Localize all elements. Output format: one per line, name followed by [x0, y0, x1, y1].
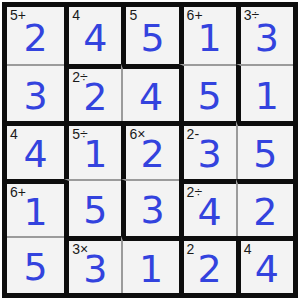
cell-r2c2[interactable]: 2÷2: [64, 64, 121, 121]
cell-digit: 3: [24, 77, 48, 115]
cell-r3c2[interactable]: 5÷1: [64, 121, 121, 178]
cage-clue: 3÷: [244, 7, 259, 24]
cell-r3c3[interactable]: 6×2: [121, 121, 178, 178]
cell-r4c2[interactable]: 5: [64, 179, 121, 236]
cell-r5c2[interactable]: 3×3: [64, 236, 121, 293]
cell-digit: 2: [198, 250, 222, 288]
cell-r2c5[interactable]: 1: [236, 64, 293, 121]
cell-digit: 1: [198, 19, 222, 57]
cell-digit: 2: [24, 19, 48, 57]
cell-r4c4[interactable]: 2÷4: [179, 179, 236, 236]
cell-digit: 4: [83, 19, 107, 57]
cell-r1c3[interactable]: 55: [121, 7, 178, 64]
cage-clue: 4: [72, 7, 80, 24]
cage-clue: 5: [129, 7, 137, 24]
cage-clue: 2-: [187, 126, 199, 143]
cell-digit: 1: [24, 193, 48, 231]
cell-r5c5[interactable]: 44: [236, 236, 293, 293]
cell-digit: 2: [253, 193, 277, 231]
cell-digit: 5: [24, 248, 48, 286]
cell-r3c4[interactable]: 2-3: [179, 121, 236, 178]
cell-digit: 5: [140, 19, 164, 57]
kenken-page: 5+244556+13÷332÷2451445÷16×22-356+1532÷4…: [0, 0, 300, 300]
cell-r3c1[interactable]: 44: [7, 121, 64, 178]
cell-digit: 5: [83, 191, 107, 229]
cage-clue: 4: [244, 241, 252, 258]
cell-digit: 3: [255, 19, 279, 57]
cage-clue: 5+: [10, 7, 26, 24]
cell-digit: 4: [139, 78, 163, 116]
cell-r1c4[interactable]: 6+1: [179, 7, 236, 64]
cell-r1c2[interactable]: 44: [64, 7, 121, 64]
cell-digit: 4: [255, 250, 279, 288]
cell-r5c4[interactable]: 22: [179, 236, 236, 293]
cell-digit: 3: [140, 191, 164, 229]
cage-clue: 6×: [129, 126, 145, 143]
cell-r1c5[interactable]: 3÷3: [236, 7, 293, 64]
cell-r1c1[interactable]: 5+2: [7, 7, 64, 64]
cage-clue: 2÷: [72, 69, 87, 86]
cell-r5c1[interactable]: 5: [7, 236, 64, 293]
cage-clue: 6+: [187, 7, 203, 24]
cage-clue: 2: [187, 241, 195, 258]
kenken-board: 5+244556+13÷332÷2451445÷16×22-356+1532÷4…: [2, 2, 298, 298]
cell-r5c3[interactable]: 1: [121, 236, 178, 293]
cage-clue: 3×: [72, 241, 88, 258]
cell-digit: 1: [139, 250, 163, 288]
cell-r4c3[interactable]: 3: [121, 179, 178, 236]
cell-r4c5[interactable]: 2: [236, 179, 293, 236]
cage-clue: 5÷: [72, 126, 87, 143]
cage-clue: 4: [10, 126, 18, 143]
cell-digit: 3: [198, 135, 222, 173]
cell-digit: 5: [253, 135, 277, 173]
cage-clue: 6+: [10, 184, 26, 201]
cage-clue: 2÷: [187, 184, 202, 201]
cell-r3c5[interactable]: 5: [236, 121, 293, 178]
cell-r2c4[interactable]: 5: [179, 64, 236, 121]
cell-r2c3[interactable]: 4: [121, 64, 178, 121]
cell-digit: 1: [255, 77, 279, 115]
cell-digit: 4: [24, 135, 48, 173]
cell-r4c1[interactable]: 6+1: [7, 179, 64, 236]
cell-digit: 5: [198, 77, 222, 115]
cell-r2c1[interactable]: 3: [7, 64, 64, 121]
